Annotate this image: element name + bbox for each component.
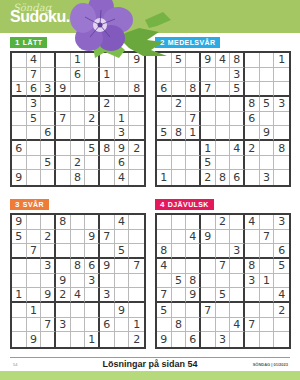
cell-r5c3 <box>41 112 56 127</box>
cell-r2c8 <box>260 68 275 83</box>
cell-r7c2 <box>172 303 187 318</box>
cell-r2c5 <box>216 230 231 245</box>
cell-r3c9 <box>129 244 144 259</box>
cell-r3c7 <box>100 244 115 259</box>
cell-r6c2 <box>27 126 42 141</box>
cell-r1c5: 4 <box>216 53 231 68</box>
cell-r2c8 <box>115 68 130 83</box>
cell-r7c6: 4 <box>230 141 245 156</box>
cell-r4c4 <box>201 97 216 112</box>
cell-r1c4: 9 <box>201 53 216 68</box>
cell-r9c9 <box>274 332 289 347</box>
cell-r5c2: 5 <box>172 274 187 289</box>
cell-r8c2 <box>27 156 42 171</box>
cell-r3c8 <box>115 82 130 97</box>
cell-r2c2 <box>172 68 187 83</box>
cell-r7c7 <box>245 303 260 318</box>
cell-r8c9 <box>274 156 289 171</box>
cell-r9c1: 9 <box>12 170 27 185</box>
cell-r1c2 <box>27 215 42 230</box>
cell-r2c4 <box>56 68 71 83</box>
cell-r3c8 <box>260 82 275 97</box>
cell-r4c9: 3 <box>274 97 289 112</box>
cell-r6c4 <box>201 126 216 141</box>
cell-r4c8: 5 <box>260 97 275 112</box>
cell-r5c7: 3 <box>245 274 260 289</box>
cell-r5c5 <box>216 274 231 289</box>
cell-r2c1: 5 <box>12 230 27 245</box>
cell-r6c2 <box>172 288 187 303</box>
cell-r9c4: 2 <box>201 170 216 185</box>
cell-r7c6: 5 <box>85 141 100 156</box>
cell-r8c6: 4 <box>230 318 245 333</box>
cell-r3c4 <box>201 244 216 259</box>
cell-r9c8 <box>260 332 275 347</box>
sudoku-grid-1-easy: 419761163983257216365892526984 <box>10 51 146 187</box>
cell-r5c8 <box>115 274 130 289</box>
cell-r8c4 <box>56 156 71 171</box>
cell-r2c1 <box>12 68 27 83</box>
cell-r5c2 <box>27 274 42 289</box>
cell-r6c2 <box>27 288 42 303</box>
cell-r3c2: 6 <box>27 82 42 97</box>
cell-r1c9 <box>129 215 144 230</box>
cell-r5c9 <box>129 274 144 289</box>
cell-r4c3: 3 <box>41 259 56 274</box>
cell-r1c6 <box>230 215 245 230</box>
cell-r7c8 <box>260 303 275 318</box>
cell-r2c7: 7 <box>100 230 115 245</box>
cell-r8c9 <box>129 156 144 171</box>
cell-r6c1: 5 <box>157 126 172 141</box>
cell-r8c7: 7 <box>245 318 260 333</box>
cell-r6c8: 9 <box>260 126 275 141</box>
cell-r3c5 <box>71 82 86 97</box>
cell-r5c6 <box>230 112 245 127</box>
cell-r6c5: 4 <box>71 288 86 303</box>
cell-r7c5 <box>71 303 86 318</box>
cell-r4c2 <box>27 259 42 274</box>
cell-r7c8: 9 <box>115 303 130 318</box>
cell-r3c7 <box>245 82 260 97</box>
cell-r8c7: 6 <box>100 318 115 333</box>
cell-r4c3 <box>186 97 201 112</box>
cell-r2c6: 3 <box>230 68 245 83</box>
cell-r1c6: 8 <box>230 53 245 68</box>
cell-r9c9 <box>274 170 289 185</box>
cell-r2c8 <box>115 230 130 245</box>
cell-r1c8 <box>260 215 275 230</box>
cell-r3c1: 8 <box>157 244 172 259</box>
cell-r2c1 <box>157 68 172 83</box>
cell-r4c1: 4 <box>157 259 172 274</box>
cell-r8c2: 8 <box>172 318 187 333</box>
cell-r5c4 <box>201 112 216 127</box>
cell-r9c6: 1 <box>85 332 100 347</box>
cell-r7c3 <box>186 303 201 318</box>
label-3-number: 3 <box>15 200 20 209</box>
cell-r3c6: 5 <box>230 82 245 97</box>
footer-issue-text: SÖNDAG | 01/2023 <box>253 362 288 367</box>
cell-r6c1: 7 <box>157 288 172 303</box>
cell-r7c4 <box>56 141 71 156</box>
cell-r9c2: 9 <box>27 332 42 347</box>
footer-rule <box>10 357 290 358</box>
cell-r4c7: 9 <box>100 259 115 274</box>
cell-r4c2: 2 <box>172 97 187 112</box>
cell-r6c5 <box>71 126 86 141</box>
cell-r2c9 <box>274 230 289 245</box>
cell-r7c3 <box>41 303 56 318</box>
label-1-number: 1 <box>15 38 20 47</box>
cell-r9c5: 8 <box>216 170 231 185</box>
cell-r3c1: 1 <box>12 82 27 97</box>
cell-r5c8: 1 <box>115 112 130 127</box>
cell-r4c5: 7 <box>216 259 231 274</box>
cell-r6c6 <box>230 126 245 141</box>
cell-r6c4 <box>56 126 71 141</box>
cell-r9c5: 3 <box>216 332 231 347</box>
cell-r3c2 <box>172 244 187 259</box>
cell-r4c2 <box>172 259 187 274</box>
cell-r4c4 <box>56 97 71 112</box>
cell-r4c6 <box>85 97 100 112</box>
cell-r3c6 <box>85 82 100 97</box>
cell-r2c8: 7 <box>260 230 275 245</box>
cell-r6c7 <box>245 288 260 303</box>
cell-r9c1 <box>12 332 27 347</box>
cell-r5c1 <box>12 112 27 127</box>
cell-r8c3: 5 <box>41 156 56 171</box>
cell-r9c2 <box>172 170 187 185</box>
cell-r9c2 <box>172 332 187 347</box>
cell-r9c3: 6 <box>186 332 201 347</box>
cell-r2c9 <box>129 68 144 83</box>
cell-r5c4: 7 <box>56 112 71 127</box>
cell-r8c5: 2 <box>71 156 86 171</box>
cell-r9c4 <box>56 332 71 347</box>
cell-r7c2: 1 <box>27 303 42 318</box>
cell-r8c8: 6 <box>115 156 130 171</box>
cell-r8c4: 3 <box>56 318 71 333</box>
cell-r7c5 <box>216 303 231 318</box>
cell-r2c2 <box>27 230 42 245</box>
cell-r6c3: 1 <box>186 126 201 141</box>
cell-r4c4 <box>56 259 71 274</box>
cell-r6c8 <box>115 288 130 303</box>
cell-r5c6 <box>230 274 245 289</box>
cell-r6c7 <box>245 126 260 141</box>
cell-r3c8 <box>260 244 275 259</box>
cell-r1c4 <box>201 215 216 230</box>
cell-r3c1 <box>12 244 27 259</box>
cell-r8c3 <box>186 318 201 333</box>
cell-r8c6 <box>85 156 100 171</box>
cell-r9c3 <box>41 332 56 347</box>
cell-r3c4 <box>56 244 71 259</box>
cell-r5c7 <box>100 274 115 289</box>
cell-r2c2: 7 <box>27 68 42 83</box>
cell-r8c6 <box>85 318 100 333</box>
cell-r7c1 <box>157 141 172 156</box>
cell-r6c9 <box>129 288 144 303</box>
cell-r6c4 <box>201 288 216 303</box>
cell-r3c3 <box>41 244 56 259</box>
cell-r7c8: 9 <box>115 141 130 156</box>
cell-r8c8 <box>260 318 275 333</box>
cell-r6c5 <box>216 126 231 141</box>
cell-r9c4 <box>201 332 216 347</box>
cell-r4c3 <box>41 97 56 112</box>
cell-r7c4: 7 <box>201 303 216 318</box>
cell-r5c7 <box>100 112 115 127</box>
cell-r4c3 <box>186 259 201 274</box>
sudoku-grid-3-hard: 984529775386979319243197361912 <box>10 213 146 349</box>
label-puzzle-4-devilish: 4 DJÄVULSK <box>155 199 214 210</box>
cell-r5c9 <box>129 112 144 127</box>
cell-r4c7: 2 <box>100 97 115 112</box>
cell-r8c5 <box>216 318 231 333</box>
cell-r9c2 <box>27 170 42 185</box>
sudoku-grid-4-devilish: 243497836478558317954572847963 <box>155 213 291 349</box>
cell-r1c5: 2 <box>216 215 231 230</box>
cell-r7c7 <box>100 303 115 318</box>
cell-r5c1 <box>157 274 172 289</box>
cell-r8c8 <box>260 156 275 171</box>
cell-r1c3 <box>41 215 56 230</box>
cell-r1c2: 4 <box>27 53 42 68</box>
cell-r1c6 <box>85 215 100 230</box>
label-4-name: DJÄVULSK <box>168 201 209 208</box>
cell-r2c4: 9 <box>201 230 216 245</box>
cell-r8c4: 5 <box>201 156 216 171</box>
label-puzzle-1-easy: 1 LÄTT <box>10 37 47 48</box>
cell-r9c4 <box>56 170 71 185</box>
cell-r4c7: 8 <box>245 259 260 274</box>
cell-r8c2 <box>172 156 187 171</box>
cell-r1c3 <box>41 53 56 68</box>
cell-r5c1 <box>12 274 27 289</box>
cell-r5c5 <box>71 274 86 289</box>
cell-r1c5 <box>71 215 86 230</box>
cell-r7c2 <box>27 141 42 156</box>
cell-r8c1 <box>12 318 27 333</box>
cell-r8c1 <box>157 318 172 333</box>
magazine-page: Söndag Sudoku. 1 LÄTT 2 MEDELSVÅR 419761… <box>0 0 300 380</box>
cell-r2c6 <box>85 68 100 83</box>
cell-r1c4: 8 <box>56 215 71 230</box>
cell-r9c5: 8 <box>71 170 86 185</box>
cell-r9c9: 2 <box>129 332 144 347</box>
cell-r7c6 <box>230 303 245 318</box>
cell-r8c9: 1 <box>129 318 144 333</box>
cell-r8c7 <box>245 156 260 171</box>
cell-r8c5 <box>216 156 231 171</box>
cell-r3c2 <box>172 82 187 97</box>
cell-r2c3 <box>41 68 56 83</box>
cell-r4c8 <box>115 97 130 112</box>
cell-r5c4 <box>201 274 216 289</box>
cell-r3c8: 5 <box>115 244 130 259</box>
cell-r8c8 <box>115 318 130 333</box>
cell-r1c9: 1 <box>274 53 289 68</box>
cell-r4c1 <box>12 259 27 274</box>
cell-r8c3 <box>186 156 201 171</box>
label-puzzle-3-hard: 3 SVÅR <box>10 199 49 210</box>
cell-r2c9 <box>274 68 289 83</box>
cell-r9c3 <box>186 170 201 185</box>
label-1-name: LÄTT <box>23 39 42 46</box>
cell-r7c9 <box>129 303 144 318</box>
cell-r3c2: 7 <box>27 244 42 259</box>
cell-r6c4: 2 <box>56 288 71 303</box>
cell-r5c2 <box>172 112 187 127</box>
cell-r9c8 <box>115 332 130 347</box>
cell-r3c6: 3 <box>230 244 245 259</box>
cell-r5c9 <box>274 274 289 289</box>
cell-r8c6 <box>230 156 245 171</box>
cell-r2c1 <box>157 230 172 245</box>
cell-r8c5 <box>71 318 86 333</box>
cell-r5c7: 6 <box>245 112 260 127</box>
sudoku-grid-2-medium: 594813687528537658191428512863 <box>155 51 291 187</box>
cell-r2c6: 9 <box>85 230 100 245</box>
cell-r1c1 <box>157 215 172 230</box>
cell-r6c9: 4 <box>274 288 289 303</box>
cell-r4c2: 3 <box>27 97 42 112</box>
cell-r8c1 <box>12 156 27 171</box>
cell-r2c5 <box>71 230 86 245</box>
cell-r7c4 <box>56 303 71 318</box>
cell-r3c9: 6 <box>274 244 289 259</box>
cell-r1c9: 3 <box>274 215 289 230</box>
cell-r4c5 <box>71 97 86 112</box>
cell-r7c2 <box>172 141 187 156</box>
cell-r4c1 <box>12 97 27 112</box>
cell-r9c7 <box>245 332 260 347</box>
label-3-name: SVÅR <box>23 201 44 208</box>
cell-r5c5 <box>216 112 231 127</box>
cell-r7c1: 6 <box>12 141 27 156</box>
cell-r5c6: 2 <box>85 112 100 127</box>
cell-r3c4: 9 <box>56 82 71 97</box>
cell-r7c1 <box>12 303 27 318</box>
cell-r3c5 <box>216 82 231 97</box>
cell-r2c5: 6 <box>71 68 86 83</box>
cell-r7c4: 1 <box>201 141 216 156</box>
cell-r6c7: 3 <box>100 288 115 303</box>
cell-r5c9 <box>274 112 289 127</box>
cell-r3c9 <box>274 82 289 97</box>
cell-r6c2: 8 <box>172 126 187 141</box>
cell-r4c7: 8 <box>245 97 260 112</box>
cell-r7c9: 2 <box>129 141 144 156</box>
cell-r5c4: 9 <box>56 274 71 289</box>
cell-r5c2: 5 <box>27 112 42 127</box>
cell-r6c8: 3 <box>115 126 130 141</box>
cell-r3c3: 8 <box>186 82 201 97</box>
cell-r8c1 <box>157 156 172 171</box>
cell-r1c8 <box>260 53 275 68</box>
cell-r9c6 <box>85 170 100 185</box>
cell-r1c7: 4 <box>245 215 260 230</box>
cell-r1c2 <box>172 215 187 230</box>
cell-r8c3: 7 <box>41 318 56 333</box>
cell-r7c7: 2 <box>245 141 260 156</box>
cell-r6c9 <box>274 126 289 141</box>
cell-r8c9 <box>274 318 289 333</box>
cell-r7c9: 8 <box>274 141 289 156</box>
cell-r7c5 <box>71 141 86 156</box>
label-4-number: 4 <box>160 200 165 209</box>
cell-r5c5 <box>71 112 86 127</box>
cell-r4c9: 7 <box>129 259 144 274</box>
cell-r6c6 <box>85 288 100 303</box>
cell-r9c7 <box>100 332 115 347</box>
cell-r5c1 <box>157 112 172 127</box>
cell-r4c6 <box>230 97 245 112</box>
cell-r4c6: 6 <box>85 259 100 274</box>
cell-r1c1 <box>12 53 27 68</box>
cell-r2c3: 4 <box>186 230 201 245</box>
cell-r1c3 <box>186 53 201 68</box>
cell-r2c4 <box>56 230 71 245</box>
cell-r3c3 <box>186 244 201 259</box>
cell-r3c5 <box>71 244 86 259</box>
cell-r7c8 <box>260 141 275 156</box>
cell-r4c8 <box>260 259 275 274</box>
cell-r2c9 <box>129 230 144 245</box>
cell-r6c3: 9 <box>41 288 56 303</box>
cell-r6c7 <box>100 126 115 141</box>
cell-r9c1: 1 <box>157 170 172 185</box>
flower-image <box>55 0 175 60</box>
cell-r6c9 <box>129 126 144 141</box>
cell-r2c3: 2 <box>41 230 56 245</box>
cell-r9c7 <box>245 170 260 185</box>
cell-r6c3: 6 <box>41 126 56 141</box>
cell-r8c7 <box>100 156 115 171</box>
cell-r1c8: 4 <box>115 215 130 230</box>
cell-r1c7 <box>245 53 260 68</box>
cell-r6c3: 9 <box>186 288 201 303</box>
cell-r3c4: 7 <box>201 82 216 97</box>
cell-r5c3 <box>41 274 56 289</box>
cell-r3c3: 3 <box>41 82 56 97</box>
cell-r6c1 <box>12 126 27 141</box>
cell-r2c5 <box>216 68 231 83</box>
cell-r4c9 <box>129 97 144 112</box>
cell-r9c1: 9 <box>157 332 172 347</box>
cell-r5c6: 3 <box>85 274 100 289</box>
cell-r7c7: 8 <box>100 141 115 156</box>
cell-r9c8: 3 <box>260 170 275 185</box>
cell-r6c1: 1 <box>12 288 27 303</box>
cell-r1c1: 9 <box>12 215 27 230</box>
cell-r2c7: 1 <box>100 68 115 83</box>
cell-r6c8 <box>260 288 275 303</box>
cell-r7c3 <box>186 141 201 156</box>
cell-r4c1 <box>157 97 172 112</box>
cell-r1c3 <box>186 215 201 230</box>
cell-r2c4 <box>201 68 216 83</box>
cell-r3c6 <box>85 244 100 259</box>
cell-r9c9 <box>129 170 144 185</box>
cell-r3c5 <box>216 244 231 259</box>
cell-r3c7 <box>100 82 115 97</box>
cell-r4c5: 8 <box>71 259 86 274</box>
cell-r7c6 <box>85 303 100 318</box>
